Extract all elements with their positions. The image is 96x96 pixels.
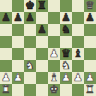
- square-f6[interactable]: ♞: [60, 24, 72, 36]
- square-e7[interactable]: [48, 12, 60, 24]
- black-pawn[interactable]: ♟: [37, 24, 47, 36]
- square-g6[interactable]: [72, 24, 84, 36]
- square-d2[interactable]: [36, 72, 48, 84]
- black-bishop[interactable]: ♝: [73, 48, 83, 60]
- square-c2[interactable]: [24, 72, 36, 84]
- chess-board: ♚♜♛♟♟♟♟♟♟♞♟♛♝♞♞♟♟♝♟♟♟♜♚♜: [0, 0, 96, 96]
- square-g1[interactable]: [72, 84, 84, 96]
- square-g4[interactable]: ♝: [72, 48, 84, 60]
- square-e4[interactable]: ♟: [48, 48, 60, 60]
- square-a1[interactable]: ♜: [0, 84, 12, 96]
- black-pawn[interactable]: ♟: [1, 12, 11, 24]
- square-h7[interactable]: ♟: [84, 12, 96, 24]
- square-a4[interactable]: [0, 48, 12, 60]
- square-h4[interactable]: [84, 48, 96, 60]
- black-pawn[interactable]: ♟: [25, 12, 35, 24]
- square-d5[interactable]: [36, 36, 48, 48]
- square-h1[interactable]: ♜: [84, 84, 96, 96]
- square-d4[interactable]: [36, 48, 48, 60]
- white-rook[interactable]: ♜: [85, 84, 95, 96]
- square-a5[interactable]: [0, 36, 12, 48]
- square-h5[interactable]: [84, 36, 96, 48]
- square-a7[interactable]: ♟: [0, 12, 12, 24]
- square-b2[interactable]: ♟: [12, 72, 24, 84]
- square-c5[interactable]: [24, 36, 36, 48]
- square-e6[interactable]: [48, 24, 60, 36]
- square-f1[interactable]: [60, 84, 72, 96]
- square-e1[interactable]: ♚: [48, 84, 60, 96]
- square-d8[interactable]: ♜: [36, 0, 48, 12]
- square-g8[interactable]: [72, 0, 84, 12]
- square-b6[interactable]: [12, 24, 24, 36]
- square-h6[interactable]: [84, 24, 96, 36]
- square-d3[interactable]: [36, 60, 48, 72]
- black-rook[interactable]: ♜: [37, 0, 47, 12]
- white-pawn[interactable]: ♟: [13, 72, 23, 84]
- white-pawn[interactable]: ♟: [73, 72, 83, 84]
- white-rook[interactable]: ♜: [1, 84, 11, 96]
- square-d6[interactable]: ♟: [36, 24, 48, 36]
- black-pawn[interactable]: ♟: [13, 12, 23, 24]
- square-c3[interactable]: ♞: [24, 60, 36, 72]
- white-pawn[interactable]: ♟: [61, 72, 71, 84]
- square-g7[interactable]: [72, 12, 84, 24]
- square-c1[interactable]: [24, 84, 36, 96]
- square-e8[interactable]: [48, 0, 60, 12]
- square-b4[interactable]: [12, 48, 24, 60]
- square-b1[interactable]: [12, 84, 24, 96]
- white-knight[interactable]: ♞: [25, 60, 35, 72]
- square-b7[interactable]: ♟: [12, 12, 24, 24]
- white-pawn[interactable]: ♟: [49, 48, 59, 60]
- square-d1[interactable]: [36, 84, 48, 96]
- black-pawn[interactable]: ♟: [85, 12, 95, 24]
- square-a6[interactable]: [0, 24, 12, 36]
- square-f2[interactable]: ♟: [60, 72, 72, 84]
- square-b5[interactable]: [12, 36, 24, 48]
- black-knight[interactable]: ♞: [61, 24, 71, 36]
- square-c7[interactable]: ♟: [24, 12, 36, 24]
- square-c6[interactable]: [24, 24, 36, 36]
- square-g2[interactable]: ♟: [72, 72, 84, 84]
- white-king[interactable]: ♚: [49, 84, 59, 96]
